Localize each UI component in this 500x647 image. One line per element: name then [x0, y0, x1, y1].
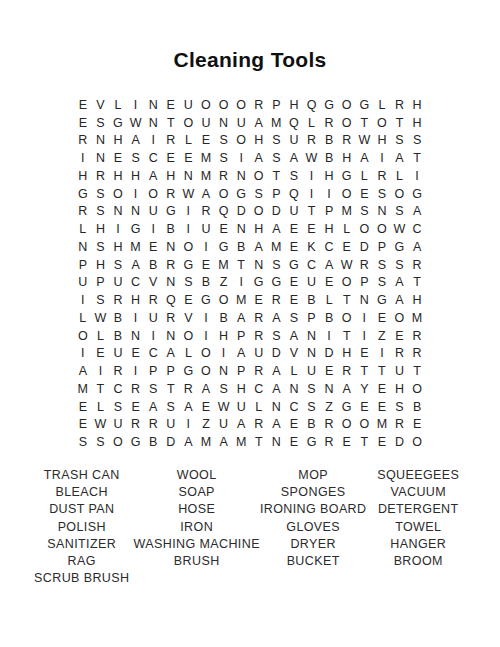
- grid-cell-r16c6: P: [162, 362, 180, 380]
- grid-cell-r8c4: G: [127, 220, 145, 238]
- grid-cell-r8c1: L: [74, 220, 92, 238]
- grid-cell-r10c12: S: [268, 256, 286, 274]
- grid-cell-r8c12: A: [268, 220, 286, 238]
- grid-cell-r16c4: I: [127, 362, 145, 380]
- grid-cell-r4c19: A: [391, 149, 409, 167]
- grid-cell-r15c20: R: [408, 345, 426, 363]
- grid-cell-r3c11: H: [250, 132, 268, 150]
- grid-cell-r10c6: R: [162, 256, 180, 274]
- grid-cell-r14c16: T: [338, 327, 356, 345]
- grid-cell-r4c18: I: [373, 149, 391, 167]
- grid-cell-r8c2: H: [92, 220, 110, 238]
- grid-cell-r10c10: T: [232, 256, 250, 274]
- grid-cell-r13c6: R: [162, 309, 180, 327]
- grid-cell-r18c6: S: [162, 398, 180, 416]
- grid-cell-r16c7: G: [180, 362, 198, 380]
- grid-cell-r6c13: Q: [285, 185, 303, 203]
- grid-cell-r3c14: R: [303, 132, 321, 150]
- grid-cell-r13c10: A: [232, 309, 250, 327]
- grid-cell-r3c18: H: [373, 132, 391, 150]
- grid-cell-r18c1: E: [74, 398, 92, 416]
- grid-cell-r13c3: B: [109, 309, 127, 327]
- word-item: TOWEL: [366, 519, 470, 536]
- grid-cell-r1c18: L: [373, 96, 391, 114]
- grid-cell-r14c6: N: [162, 327, 180, 345]
- grid-cell-r8c6: B: [162, 220, 180, 238]
- grid-cell-r9c20: A: [408, 238, 426, 256]
- word-list-column-4: SQUEEGEESVACUUMDETERGENTTOWELHANGERBROOM: [366, 467, 470, 587]
- grid-cell-r1c11: R: [250, 96, 268, 114]
- grid-cell-r5c5: A: [144, 167, 162, 185]
- grid-cell-r10c7: G: [180, 256, 198, 274]
- grid-cell-r6c16: O: [338, 185, 356, 203]
- grid-cell-r4c1: I: [74, 149, 92, 167]
- grid-cell-r15c2: E: [92, 345, 110, 363]
- grid-cell-r6c6: R: [162, 185, 180, 203]
- grid-cell-r20c12: N: [268, 433, 286, 451]
- grid-cell-r15c1: I: [74, 345, 92, 363]
- grid-cell-r6c8: A: [197, 185, 215, 203]
- word-item: SQUEEGEES: [366, 467, 470, 484]
- grid-cell-r11c1: U: [74, 274, 92, 292]
- grid-cell-r19c16: O: [338, 416, 356, 434]
- grid-cell-r1c16: O: [338, 96, 356, 114]
- grid-cell-r11c14: U: [303, 274, 321, 292]
- grid-cell-r20c18: E: [373, 433, 391, 451]
- grid-cell-r17c8: A: [197, 380, 215, 398]
- grid-cell-r3c9: S: [215, 132, 233, 150]
- grid-cell-r10c5: B: [144, 256, 162, 274]
- grid-cell-r12c2: S: [92, 291, 110, 309]
- grid-cell-r6c4: I: [127, 185, 145, 203]
- grid-cell-r19c12: A: [268, 416, 286, 434]
- grid-cell-r18c14: S: [303, 398, 321, 416]
- grid-cell-r4c5: C: [144, 149, 162, 167]
- grid-cell-r9c17: D: [356, 238, 374, 256]
- grid-cell-r11c17: P: [356, 274, 374, 292]
- grid-cell-r4c8: M: [197, 149, 215, 167]
- grid-cell-r12c10: M: [232, 291, 250, 309]
- grid-cell-r7c9: Q: [215, 203, 233, 221]
- grid-cell-r13c7: V: [180, 309, 198, 327]
- grid-cell-r17c3: C: [109, 380, 127, 398]
- grid-cell-r2c12: M: [268, 114, 286, 132]
- grid-cell-r12c14: B: [303, 291, 321, 309]
- grid-cell-r14c13: A: [285, 327, 303, 345]
- grid-cell-r11c18: S: [373, 274, 391, 292]
- grid-cell-r3c2: N: [92, 132, 110, 150]
- grid-cell-r7c16: M: [338, 203, 356, 221]
- grid-cell-r5c10: N: [232, 167, 250, 185]
- grid-cell-r16c14: U: [303, 362, 321, 380]
- grid-cell-r2c2: S: [92, 114, 110, 132]
- grid-cell-r9c12: M: [268, 238, 286, 256]
- grid-cell-r17c10: H: [232, 380, 250, 398]
- grid-cell-r12c16: T: [338, 291, 356, 309]
- grid-cell-r16c11: R: [250, 362, 268, 380]
- grid-cell-r1c10: O: [232, 96, 250, 114]
- grid-cell-r2c8: U: [197, 114, 215, 132]
- grid-cell-r19c8: Z: [197, 416, 215, 434]
- word-item: BLEACH: [30, 484, 134, 501]
- grid-cell-r10c8: E: [197, 256, 215, 274]
- grid-cell-r13c9: B: [215, 309, 233, 327]
- grid-cell-r20c1: S: [74, 433, 92, 451]
- grid-cell-r1c17: G: [356, 96, 374, 114]
- grid-cell-r13c1: L: [74, 309, 92, 327]
- grid-cell-r20c10: M: [232, 433, 250, 451]
- grid-cell-r14c4: N: [127, 327, 145, 345]
- grid-cell-r8c11: H: [250, 220, 268, 238]
- grid-cell-r15c7: L: [180, 345, 198, 363]
- grid-cell-r13c18: E: [373, 309, 391, 327]
- grid-cell-r6c9: O: [215, 185, 233, 203]
- grid-cell-r15c10: A: [232, 345, 250, 363]
- grid-cell-r11c15: E: [320, 274, 338, 292]
- grid-cell-r11c6: N: [162, 274, 180, 292]
- word-item: MOP: [260, 467, 367, 484]
- grid-cell-r18c13: C: [285, 398, 303, 416]
- grid-cell-r12c3: R: [109, 291, 127, 309]
- grid-cell-r5c11: O: [250, 167, 268, 185]
- word-item: SCRUB BRUSH: [30, 570, 134, 587]
- grid-cell-r5c12: T: [268, 167, 286, 185]
- grid-cell-r18c7: A: [180, 398, 198, 416]
- grid-cell-r17c11: C: [250, 380, 268, 398]
- grid-cell-r16c13: L: [285, 362, 303, 380]
- grid-cell-r8c18: O: [373, 220, 391, 238]
- grid-cell-r8c3: I: [109, 220, 127, 238]
- grid-cell-r4c2: N: [92, 149, 110, 167]
- grid-cell-r15c15: D: [320, 345, 338, 363]
- grid-cell-r5c8: M: [197, 167, 215, 185]
- grid-cell-r6c2: S: [92, 185, 110, 203]
- grid-cell-r10c15: A: [320, 256, 338, 274]
- grid-cell-r14c3: B: [109, 327, 127, 345]
- grid-cell-r2c4: W: [127, 114, 145, 132]
- grid-cell-r17c2: T: [92, 380, 110, 398]
- grid-cell-r8c14: E: [303, 220, 321, 238]
- grid-cell-r11c20: T: [408, 274, 426, 292]
- word-item: DRYER: [260, 536, 367, 553]
- grid-cell-r13c5: U: [144, 309, 162, 327]
- grid-cell-r4c20: T: [408, 149, 426, 167]
- grid-cell-r9c3: H: [109, 238, 127, 256]
- grid-cell-r9c7: O: [180, 238, 198, 256]
- grid-cell-r5c9: R: [215, 167, 233, 185]
- grid-cell-r5c20: I: [408, 167, 426, 185]
- grid-cell-r12c5: R: [144, 291, 162, 309]
- grid-cell-r2c16: O: [338, 114, 356, 132]
- grid-cell-r2c14: L: [303, 114, 321, 132]
- grid-cell-r1c6: E: [162, 96, 180, 114]
- grid-cell-r20c13: E: [285, 433, 303, 451]
- word-item: GLOVES: [260, 519, 367, 536]
- grid-cell-r12c15: L: [320, 291, 338, 309]
- word-item: HOSE: [134, 501, 260, 518]
- grid-cell-r13c20: M: [408, 309, 426, 327]
- grid-cell-r13c19: O: [391, 309, 409, 327]
- grid-cell-r2c20: H: [408, 114, 426, 132]
- grid-cell-r8c9: E: [215, 220, 233, 238]
- grid-cell-r20c3: O: [109, 433, 127, 451]
- grid-cell-r17c20: O: [408, 380, 426, 398]
- grid-cell-r12c17: N: [356, 291, 374, 309]
- grid-cell-r4c11: A: [250, 149, 268, 167]
- grid-cell-r7c12: D: [268, 203, 286, 221]
- grid-cell-r16c3: R: [109, 362, 127, 380]
- grid-cell-r7c2: S: [92, 203, 110, 221]
- word-item: WASHING MACHINE: [134, 536, 260, 553]
- grid-cell-r5c16: G: [338, 167, 356, 185]
- grid-cell-r12c11: E: [250, 291, 268, 309]
- grid-cell-r6c11: S: [250, 185, 268, 203]
- grid-cell-r17c14: S: [303, 380, 321, 398]
- grid-cell-r2c19: T: [391, 114, 409, 132]
- grid-cell-r19c1: E: [74, 416, 92, 434]
- grid-cell-r12c8: G: [197, 291, 215, 309]
- grid-cell-r11c9: Z: [215, 274, 233, 292]
- grid-cell-r17c1: M: [74, 380, 92, 398]
- grid-cell-r5c18: R: [373, 167, 391, 185]
- grid-cell-r18c5: A: [144, 398, 162, 416]
- grid-cell-r11c11: G: [250, 274, 268, 292]
- grid-cell-r8c16: L: [338, 220, 356, 238]
- grid-cell-r1c4: I: [127, 96, 145, 114]
- grid-cell-r18c18: E: [373, 398, 391, 416]
- grid-cell-r3c10: O: [232, 132, 250, 150]
- word-item: WOOL: [134, 467, 260, 484]
- grid-cell-r17c17: Y: [356, 380, 374, 398]
- grid-cell-r3c3: H: [109, 132, 127, 150]
- grid-cell-r10c3: S: [109, 256, 127, 274]
- grid-cell-r15c5: C: [144, 345, 162, 363]
- grid-cell-r18c16: G: [338, 398, 356, 416]
- grid-cell-r8c7: I: [180, 220, 198, 238]
- grid-cell-r2c9: N: [215, 114, 233, 132]
- grid-cell-r2c1: E: [74, 114, 92, 132]
- grid-cell-r3c20: S: [408, 132, 426, 150]
- grid-cell-r6c12: P: [268, 185, 286, 203]
- grid-cell-r13c4: I: [127, 309, 145, 327]
- grid-cell-r16c20: T: [408, 362, 426, 380]
- grid-cell-r7c5: U: [144, 203, 162, 221]
- grid-cell-r8c15: H: [320, 220, 338, 238]
- grid-cell-r8c17: O: [356, 220, 374, 238]
- grid-cell-r1c13: H: [285, 96, 303, 114]
- grid-cell-r7c10: D: [232, 203, 250, 221]
- letter-grid: EVLINEUOOORPHQGOGLRHESGWNTOUNUAMQLROTOTH…: [74, 96, 426, 451]
- grid-cell-r2c3: G: [109, 114, 127, 132]
- grid-cell-r7c7: I: [180, 203, 198, 221]
- grid-cell-r7c17: S: [356, 203, 374, 221]
- grid-cell-r9c5: E: [144, 238, 162, 256]
- grid-cell-r4c4: S: [127, 149, 145, 167]
- word-item: DETERGENT: [366, 501, 470, 518]
- grid-cell-r17c18: E: [373, 380, 391, 398]
- word-item: IRONING BOARD: [260, 501, 367, 518]
- grid-cell-r6c20: G: [408, 185, 426, 203]
- grid-cell-r18c11: L: [250, 398, 268, 416]
- grid-cell-r12c19: A: [391, 291, 409, 309]
- grid-cell-r6c18: S: [373, 185, 391, 203]
- grid-cell-r12c1: I: [74, 291, 92, 309]
- grid-cell-r10c4: A: [127, 256, 145, 274]
- grid-cell-r19c11: R: [250, 416, 268, 434]
- word-item: SPONGES: [260, 484, 367, 501]
- grid-cell-r7c11: O: [250, 203, 268, 221]
- grid-cell-r6c19: O: [391, 185, 409, 203]
- grid-cell-r3c8: E: [197, 132, 215, 150]
- grid-cell-r14c11: R: [250, 327, 268, 345]
- grid-cell-r18c2: L: [92, 398, 110, 416]
- grid-cell-r19c14: B: [303, 416, 321, 434]
- grid-cell-r10c9: M: [215, 256, 233, 274]
- grid-cell-r16c19: U: [391, 362, 409, 380]
- grid-cell-r7c3: N: [109, 203, 127, 221]
- grid-cell-r14c1: O: [74, 327, 92, 345]
- grid-cell-r16c10: P: [232, 362, 250, 380]
- grid-cell-r17c7: R: [180, 380, 198, 398]
- grid-cell-r10c1: P: [74, 256, 92, 274]
- grid-cell-r19c20: E: [408, 416, 426, 434]
- grid-cell-r2c7: O: [180, 114, 198, 132]
- grid-cell-r17c16: A: [338, 380, 356, 398]
- grid-cell-r19c3: U: [109, 416, 127, 434]
- grid-cell-r9c6: N: [162, 238, 180, 256]
- word-item: DUST PAN: [30, 501, 134, 518]
- word-item: BRUSH: [134, 553, 260, 570]
- grid-cell-r18c8: E: [197, 398, 215, 416]
- grid-cell-r20c4: G: [127, 433, 145, 451]
- grid-cell-r17c4: R: [127, 380, 145, 398]
- grid-cell-r20c6: D: [162, 433, 180, 451]
- grid-cell-r4c16: H: [338, 149, 356, 167]
- grid-cell-r6c15: I: [320, 185, 338, 203]
- grid-cell-r10c14: C: [303, 256, 321, 274]
- grid-cell-r20c15: R: [320, 433, 338, 451]
- grid-cell-r17c19: H: [391, 380, 409, 398]
- word-search-page: Cleaning Tools EVLINEUOOORPHQGOGLRHESGWN…: [0, 0, 500, 647]
- grid-cell-r17c12: A: [268, 380, 286, 398]
- grid-cell-r18c19: S: [391, 398, 409, 416]
- grid-cell-r3c12: S: [268, 132, 286, 150]
- word-list-column-2: WOOLSOAPHOSEIRONWASHING MACHINEBRUSH: [134, 467, 260, 587]
- grid-cell-r13c16: O: [338, 309, 356, 327]
- grid-cell-r4c15: B: [320, 149, 338, 167]
- grid-cell-r14c5: I: [144, 327, 162, 345]
- grid-cell-r13c2: W: [92, 309, 110, 327]
- grid-cell-r12c20: H: [408, 291, 426, 309]
- word-item: BROOM: [366, 553, 470, 570]
- grid-cell-r15c9: I: [215, 345, 233, 363]
- grid-cell-r2c10: U: [232, 114, 250, 132]
- grid-cell-r7c18: N: [373, 203, 391, 221]
- grid-cell-r2c11: A: [250, 114, 268, 132]
- grid-cell-r16c5: P: [144, 362, 162, 380]
- grid-cell-r9c14: K: [303, 238, 321, 256]
- grid-cell-r17c13: N: [285, 380, 303, 398]
- grid-cell-r16c2: I: [92, 362, 110, 380]
- grid-cell-r13c15: B: [320, 309, 338, 327]
- grid-cell-r4c9: S: [215, 149, 233, 167]
- grid-cell-r11c13: E: [285, 274, 303, 292]
- grid-cell-r7c19: S: [391, 203, 409, 221]
- grid-cell-r9c11: A: [250, 238, 268, 256]
- grid-cell-r8c10: N: [232, 220, 250, 238]
- grid-cell-r3c15: B: [320, 132, 338, 150]
- word-item: SANITIZER: [30, 536, 134, 553]
- grid-cell-r7c14: T: [303, 203, 321, 221]
- word-list-column-1: TRASH CANBLEACHDUST PANPOLISHSANITIZERRA…: [30, 467, 134, 587]
- grid-cell-r5c2: R: [92, 167, 110, 185]
- grid-cell-r19c5: R: [144, 416, 162, 434]
- grid-cell-r2c17: T: [356, 114, 374, 132]
- word-item: SOAP: [134, 484, 260, 501]
- grid-cell-r15c6: A: [162, 345, 180, 363]
- grid-cell-r1c20: H: [408, 96, 426, 114]
- grid-cell-r1c1: E: [74, 96, 92, 114]
- grid-cell-r4c12: S: [268, 149, 286, 167]
- grid-cell-r19c6: U: [162, 416, 180, 434]
- grid-cell-r7c8: R: [197, 203, 215, 221]
- grid-cell-r12c9: O: [215, 291, 233, 309]
- grid-cell-r20c8: M: [197, 433, 215, 451]
- grid-cell-r3c17: W: [356, 132, 374, 150]
- grid-cell-r14c17: I: [356, 327, 374, 345]
- grid-cell-r5c3: H: [109, 167, 127, 185]
- grid-cell-r18c20: B: [408, 398, 426, 416]
- grid-cell-r18c15: Z: [320, 398, 338, 416]
- grid-cell-r18c17: E: [356, 398, 374, 416]
- grid-cell-r13c12: A: [268, 309, 286, 327]
- grid-cell-r15c11: U: [250, 345, 268, 363]
- grid-cell-r9c10: B: [232, 238, 250, 256]
- grid-cell-r16c8: O: [197, 362, 215, 380]
- grid-cell-r16c18: T: [373, 362, 391, 380]
- grid-cell-r19c2: W: [92, 416, 110, 434]
- grid-cell-r13c8: I: [197, 309, 215, 327]
- grid-cell-r6c10: G: [232, 185, 250, 203]
- grid-cell-r3c19: S: [391, 132, 409, 150]
- grid-cell-r9c19: G: [391, 238, 409, 256]
- grid-cell-r4c14: W: [303, 149, 321, 167]
- grid-cell-r1c8: O: [197, 96, 215, 114]
- grid-cell-r20c9: A: [215, 433, 233, 451]
- grid-cell-r6c3: O: [109, 185, 127, 203]
- grid-cell-r11c4: C: [127, 274, 145, 292]
- grid-cell-r12c13: E: [285, 291, 303, 309]
- grid-cell-r14c7: O: [180, 327, 198, 345]
- grid-cell-r1c5: N: [144, 96, 162, 114]
- grid-cell-r16c12: A: [268, 362, 286, 380]
- grid-cell-r16c1: A: [74, 362, 92, 380]
- grid-cell-r9c1: N: [74, 238, 92, 256]
- grid-cell-r3c7: L: [180, 132, 198, 150]
- grid-cell-r17c6: T: [162, 380, 180, 398]
- grid-cell-r7c20: A: [408, 203, 426, 221]
- grid-cell-r8c5: I: [144, 220, 162, 238]
- grid-cell-r10c11: N: [250, 256, 268, 274]
- grid-cell-r4c7: E: [180, 149, 198, 167]
- grid-cell-r1c9: O: [215, 96, 233, 114]
- grid-cell-r20c17: T: [356, 433, 374, 451]
- grid-cell-r18c10: U: [232, 398, 250, 416]
- grid-cell-r9c9: G: [215, 238, 233, 256]
- grid-cell-r5c13: S: [285, 167, 303, 185]
- grid-cell-r11c2: P: [92, 274, 110, 292]
- grid-cell-r4c10: I: [232, 149, 250, 167]
